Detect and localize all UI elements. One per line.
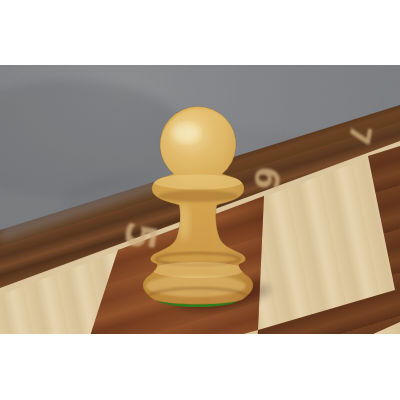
letterbox-top	[0, 0, 400, 65]
board-scene: 5 6 7	[0, 65, 400, 334]
chess-photo: 5 6 7	[0, 65, 400, 334]
screenshot-root: 5 6 7	[0, 0, 400, 400]
vignette	[0, 65, 400, 334]
letterbox-bottom	[0, 334, 400, 400]
